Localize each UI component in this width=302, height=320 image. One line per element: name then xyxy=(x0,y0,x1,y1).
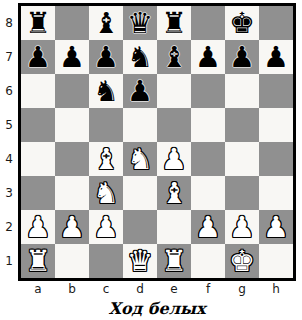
square-e6[interactable] xyxy=(157,74,191,108)
square-f6[interactable] xyxy=(191,74,225,108)
piece-black-pawn: ♟ xyxy=(127,74,153,108)
square-d7[interactable]: ♞ xyxy=(123,40,157,74)
rank-label-3: 3 xyxy=(0,176,18,210)
piece-white-pawn: ♟ xyxy=(195,210,221,244)
piece-black-knight: ♞ xyxy=(127,40,153,74)
file-label-h: h xyxy=(259,281,293,298)
square-e4[interactable]: ♟ xyxy=(157,142,191,176)
chess-board: ♜♝♛♜♚♟♟♟♞♝♟♟♟♞♟♝♞♟♞♝♟♟♟♟♟♟♜♛♜♚ xyxy=(18,3,296,281)
piece-black-king: ♚ xyxy=(229,6,255,40)
square-e5[interactable] xyxy=(157,108,191,142)
rank-label-4: 4 xyxy=(0,142,18,176)
square-d6[interactable]: ♟ xyxy=(123,74,157,108)
square-d4[interactable]: ♞ xyxy=(123,142,157,176)
piece-white-pawn: ♟ xyxy=(161,142,187,176)
square-b3[interactable] xyxy=(55,176,89,210)
square-g5[interactable] xyxy=(225,108,259,142)
square-b7[interactable]: ♟ xyxy=(55,40,89,74)
square-h6[interactable] xyxy=(259,74,293,108)
piece-white-rook: ♜ xyxy=(25,244,51,278)
square-h4[interactable] xyxy=(259,142,293,176)
piece-white-bishop: ♝ xyxy=(93,142,119,176)
square-d2[interactable] xyxy=(123,210,157,244)
square-g8[interactable]: ♚ xyxy=(225,6,259,40)
piece-white-queen: ♛ xyxy=(127,244,153,278)
square-b8[interactable] xyxy=(55,6,89,40)
square-h7[interactable]: ♟ xyxy=(259,40,293,74)
square-h3[interactable] xyxy=(259,176,293,210)
square-g7[interactable]: ♟ xyxy=(225,40,259,74)
rank-label-2: 2 xyxy=(0,210,18,244)
square-a5[interactable] xyxy=(21,108,55,142)
square-e8[interactable]: ♜ xyxy=(157,6,191,40)
piece-white-knight: ♞ xyxy=(127,142,153,176)
piece-black-pawn: ♟ xyxy=(25,40,51,74)
square-a7[interactable]: ♟ xyxy=(21,40,55,74)
square-a2[interactable]: ♟ xyxy=(21,210,55,244)
square-d8[interactable]: ♛ xyxy=(123,6,157,40)
piece-black-bishop: ♝ xyxy=(161,40,187,74)
square-g6[interactable] xyxy=(225,74,259,108)
piece-white-king: ♚ xyxy=(229,244,255,278)
rank-label-5: 5 xyxy=(0,108,18,142)
square-d5[interactable] xyxy=(123,108,157,142)
file-label-e: e xyxy=(157,281,191,298)
piece-white-knight: ♞ xyxy=(93,176,119,210)
piece-black-queen: ♛ xyxy=(127,6,153,40)
square-c6[interactable]: ♞ xyxy=(89,74,123,108)
square-f4[interactable] xyxy=(191,142,225,176)
file-label-c: c xyxy=(89,281,123,298)
move-indicator-caption: Ход белых xyxy=(21,299,293,318)
piece-white-pawn: ♟ xyxy=(59,210,85,244)
square-h8[interactable] xyxy=(259,6,293,40)
rank-label-6: 6 xyxy=(0,74,18,108)
piece-white-pawn: ♟ xyxy=(93,210,119,244)
piece-black-pawn: ♟ xyxy=(229,40,255,74)
piece-white-rook: ♜ xyxy=(161,244,187,278)
square-a8[interactable]: ♜ xyxy=(21,6,55,40)
square-a4[interactable] xyxy=(21,142,55,176)
piece-black-bishop: ♝ xyxy=(93,6,119,40)
square-b5[interactable] xyxy=(55,108,89,142)
square-h1[interactable] xyxy=(259,244,293,278)
square-f7[interactable]: ♟ xyxy=(191,40,225,74)
piece-white-bishop: ♝ xyxy=(161,176,187,210)
file-label-a: a xyxy=(21,281,55,298)
square-c4[interactable]: ♝ xyxy=(89,142,123,176)
rank-labels: 87654321 xyxy=(0,3,18,281)
file-label-b: b xyxy=(55,281,89,298)
square-f5[interactable] xyxy=(191,108,225,142)
rank-label-7: 7 xyxy=(0,40,18,74)
file-label-d: d xyxy=(123,281,157,298)
square-g1[interactable]: ♚ xyxy=(225,244,259,278)
square-b2[interactable]: ♟ xyxy=(55,210,89,244)
square-c2[interactable]: ♟ xyxy=(89,210,123,244)
square-d1[interactable]: ♛ xyxy=(123,244,157,278)
square-h5[interactable] xyxy=(259,108,293,142)
square-f3[interactable] xyxy=(191,176,225,210)
piece-black-rook: ♜ xyxy=(25,6,51,40)
square-c7[interactable]: ♟ xyxy=(89,40,123,74)
square-c8[interactable]: ♝ xyxy=(89,6,123,40)
file-label-f: f xyxy=(191,281,225,298)
square-e7[interactable]: ♝ xyxy=(157,40,191,74)
piece-black-pawn: ♟ xyxy=(59,40,85,74)
square-b4[interactable] xyxy=(55,142,89,176)
board-area: 87654321 ♜♝♛♜♚♟♟♟♞♝♟♟♟♞♟♝♞♟♞♝♟♟♟♟♟♟♜♛♜♚ xyxy=(0,0,302,281)
square-f2[interactable]: ♟ xyxy=(191,210,225,244)
square-f1[interactable] xyxy=(191,244,225,278)
square-h2[interactable]: ♟ xyxy=(259,210,293,244)
piece-white-pawn: ♟ xyxy=(25,210,51,244)
piece-white-pawn: ♟ xyxy=(263,210,289,244)
file-labels: abcdefgh xyxy=(21,281,293,298)
file-label-g: g xyxy=(225,281,259,298)
piece-black-pawn: ♟ xyxy=(263,40,289,74)
piece-white-pawn: ♟ xyxy=(229,210,255,244)
rank-label-8: 8 xyxy=(0,6,18,40)
square-c3[interactable]: ♞ xyxy=(89,176,123,210)
square-g3[interactable] xyxy=(225,176,259,210)
piece-black-pawn: ♟ xyxy=(93,40,119,74)
square-c5[interactable] xyxy=(89,108,123,142)
piece-black-rook: ♜ xyxy=(161,6,187,40)
square-c1[interactable] xyxy=(89,244,123,278)
square-b1[interactable] xyxy=(55,244,89,278)
square-f8[interactable] xyxy=(191,6,225,40)
square-e2[interactable] xyxy=(157,210,191,244)
square-b6[interactable] xyxy=(55,74,89,108)
rank-label-1: 1 xyxy=(0,244,18,278)
square-g4[interactable] xyxy=(225,142,259,176)
square-a6[interactable] xyxy=(21,74,55,108)
square-a3[interactable] xyxy=(21,176,55,210)
square-g2[interactable]: ♟ xyxy=(225,210,259,244)
square-e1[interactable]: ♜ xyxy=(157,244,191,278)
piece-black-knight: ♞ xyxy=(93,74,119,108)
square-e3[interactable]: ♝ xyxy=(157,176,191,210)
square-d3[interactable] xyxy=(123,176,157,210)
piece-black-pawn: ♟ xyxy=(195,40,221,74)
chess-diagram: 87654321 ♜♝♛♜♚♟♟♟♞♝♟♟♟♞♟♝♞♟♞♝♟♟♟♟♟♟♜♛♜♚ … xyxy=(0,0,302,320)
square-a1[interactable]: ♜ xyxy=(21,244,55,278)
